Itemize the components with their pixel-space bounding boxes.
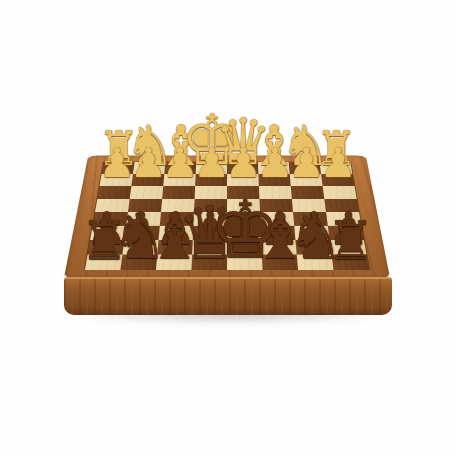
square-h3[interactable] bbox=[97, 186, 131, 199]
board-front-edge bbox=[64, 277, 392, 315]
black-rook[interactable]: ♜ bbox=[327, 214, 375, 268]
chess-set-photo: ♜♞♝♚♛♝♞♜♟♟♟♟♟♟♟♟♟♟♟♟♟♟♟♟♜♞♝♛♚♝♞♜ bbox=[0, 0, 455, 455]
square-g3[interactable] bbox=[130, 186, 164, 199]
square-b3[interactable] bbox=[291, 186, 325, 199]
square-a3[interactable] bbox=[323, 186, 357, 199]
white-pawn[interactable]: ♟ bbox=[320, 143, 357, 184]
